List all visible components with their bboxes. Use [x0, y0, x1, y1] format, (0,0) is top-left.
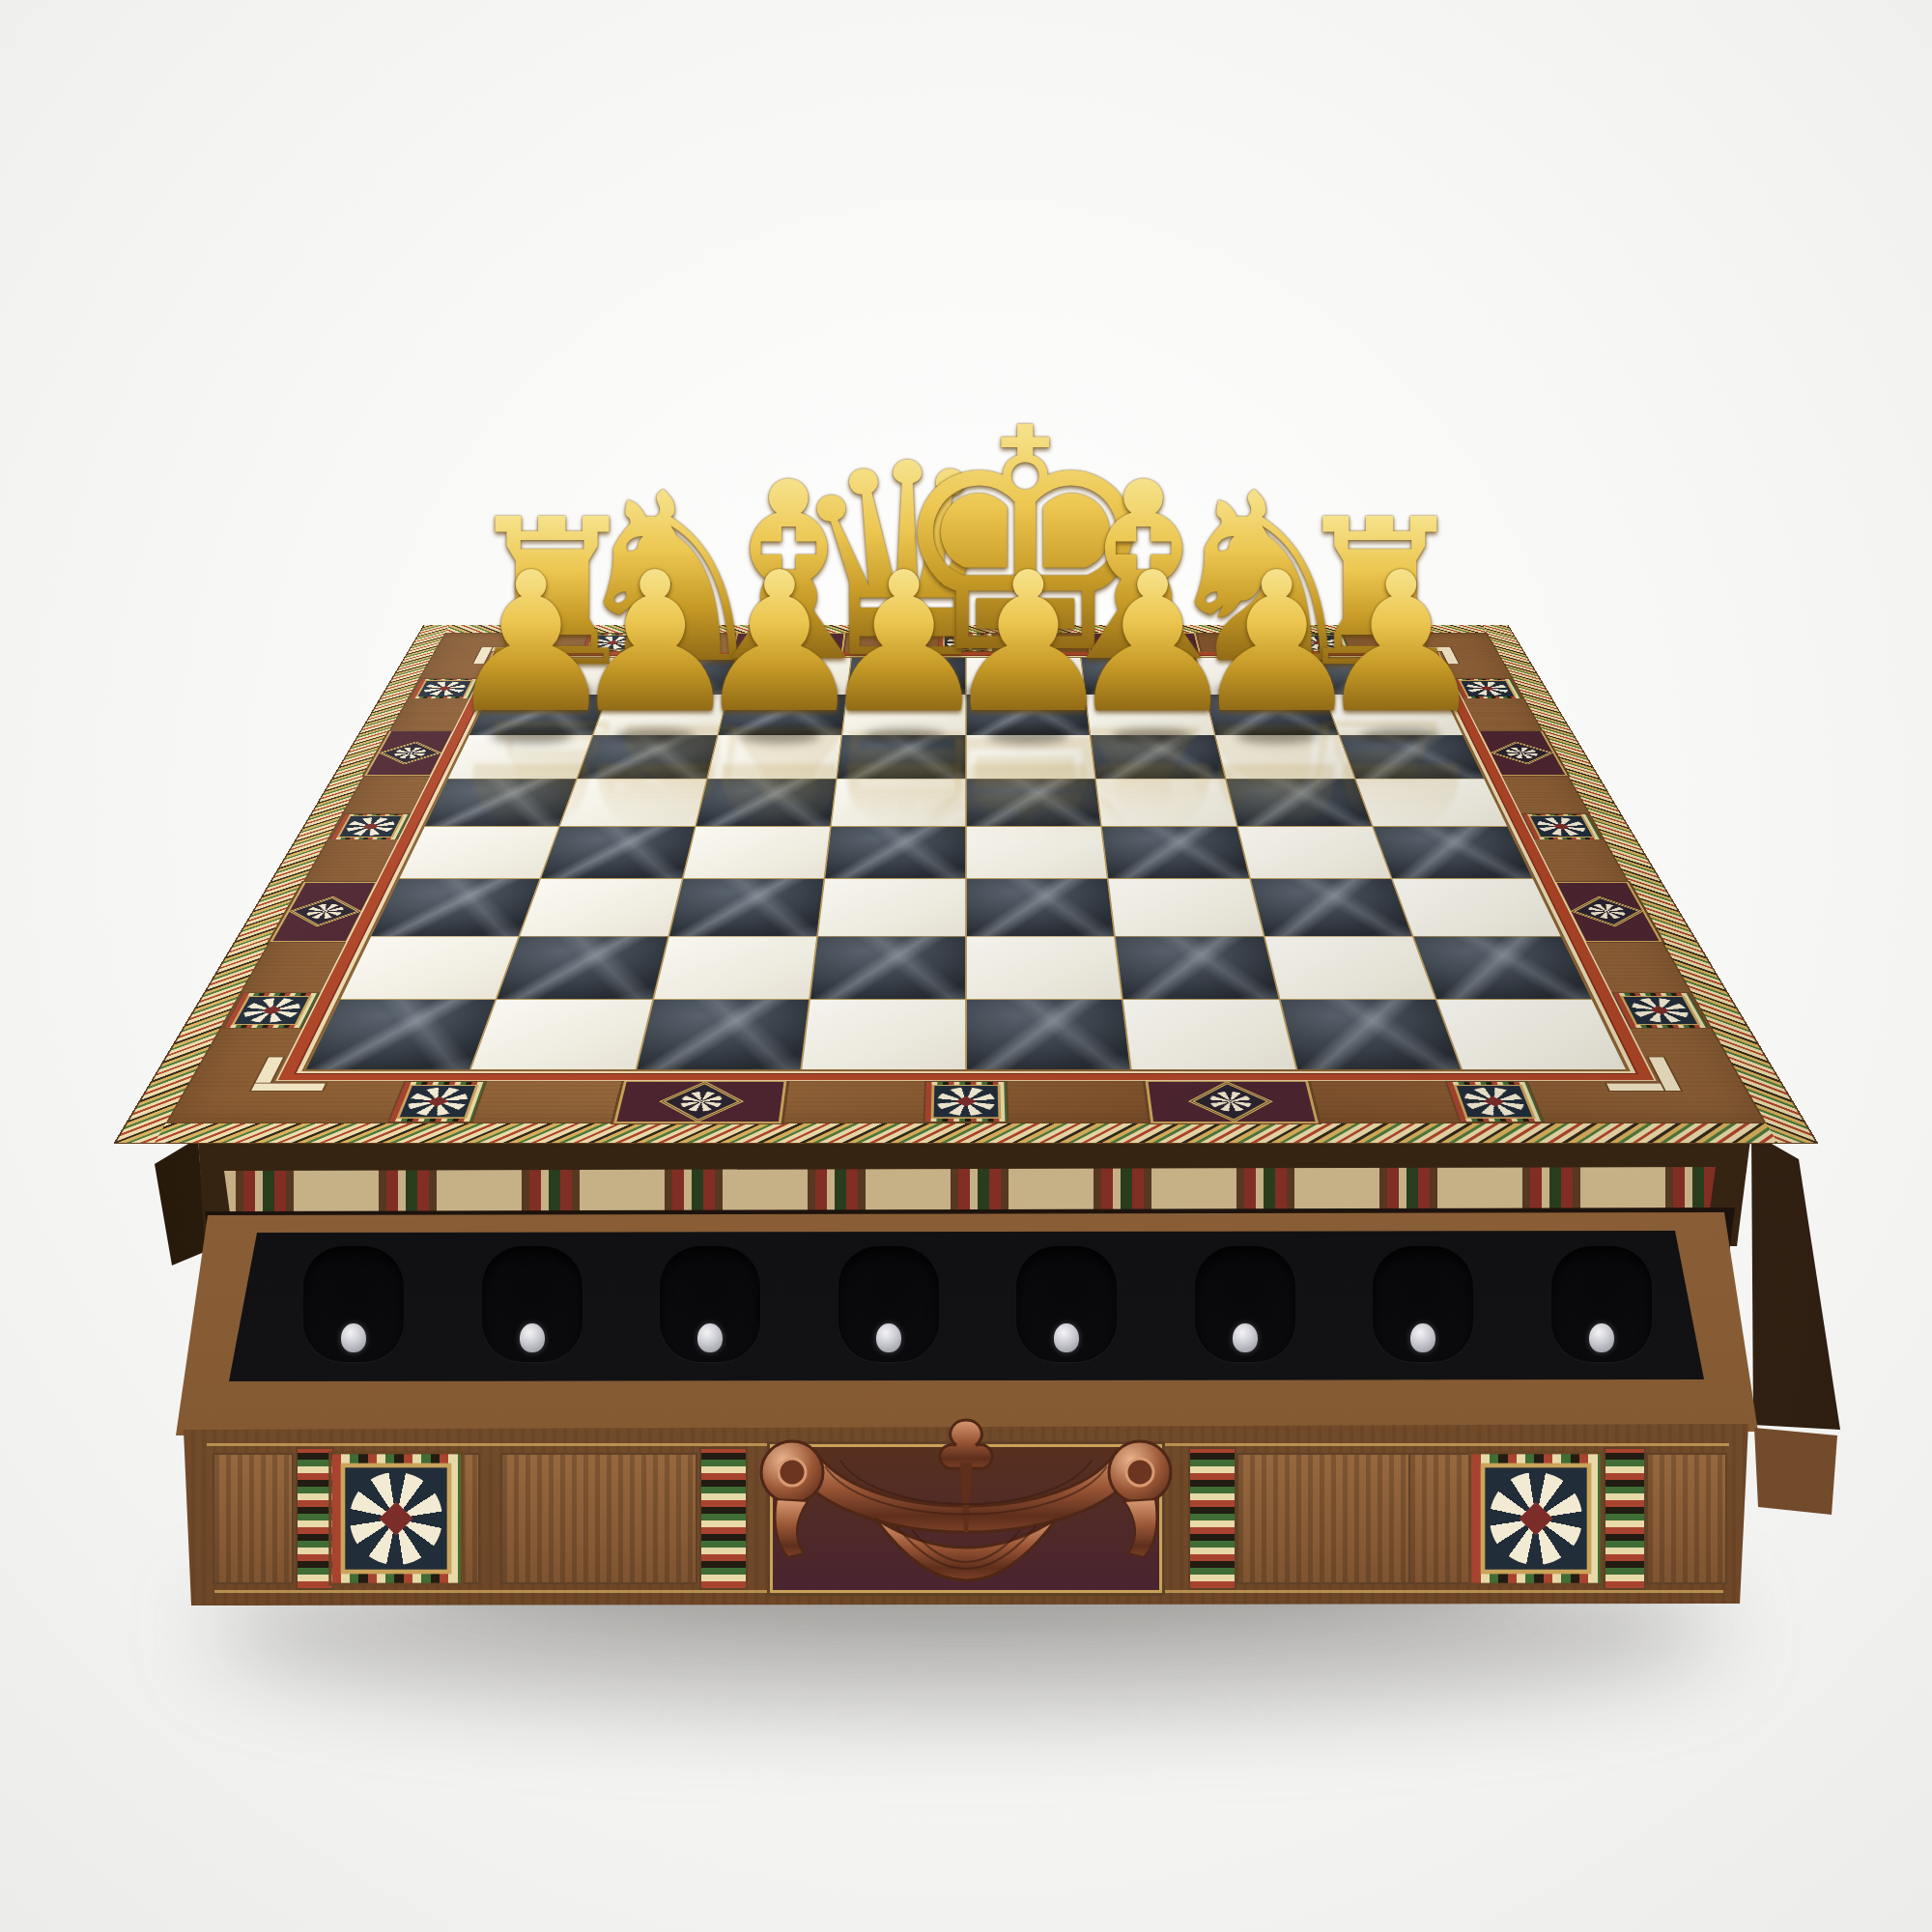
product-photo-chess-box: ♜♜♞♞♝♝♛♛♚♚♝♝♞♞♜♜♟♟♟♟♟♟♟♟♟♟♟♟♟♟♟♟: [0, 0, 1932, 1932]
piece-gold-pawn-pawnrank-8[interactable]: ♟: [1315, 547, 1488, 740]
piece-layer: ♜♜♞♞♝♝♛♛♚♚♝♝♞♞♜♜♟♟♟♟♟♟♟♟♟♟♟♟♟♟♟♟: [0, 0, 1932, 1932]
